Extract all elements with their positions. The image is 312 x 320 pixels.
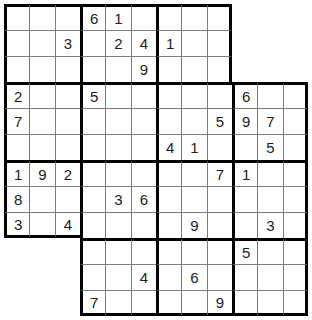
cell-r10c6[interactable] — [131, 238, 156, 264]
cell-r1c7[interactable] — [156, 4, 181, 30]
given-digit-r12c9[interactable]: 9 — [207, 290, 232, 316]
cell-r8c10[interactable] — [232, 186, 257, 212]
given-digit-r8c6[interactable]: 6 — [131, 186, 156, 212]
cell-r3c7[interactable] — [156, 56, 181, 82]
given-digit-r7c10[interactable]: 1 — [232, 160, 257, 186]
given-digit-r9c8[interactable]: 9 — [181, 212, 206, 238]
void-area — [283, 4, 308, 30]
cell-r5c6[interactable] — [131, 108, 156, 134]
cell-r10c5[interactable] — [105, 238, 130, 264]
cell-r2c4[interactable] — [80, 30, 105, 56]
cell-r8c11[interactable] — [257, 186, 282, 212]
cell-r9c9[interactable] — [207, 212, 232, 238]
cell-r10c11[interactable] — [257, 238, 282, 264]
void-area — [257, 56, 282, 82]
void-area — [4, 238, 29, 264]
cell-r12c8[interactable] — [181, 290, 206, 316]
cell-r11c5[interactable] — [105, 264, 130, 290]
cell-r8c7[interactable] — [156, 186, 181, 212]
cell-r3c1[interactable] — [4, 56, 29, 82]
cell-r6c6[interactable] — [131, 134, 156, 160]
cell-r11c11[interactable] — [257, 264, 282, 290]
cell-r11c12[interactable] — [283, 264, 308, 290]
void-area — [55, 264, 80, 290]
cell-r11c7[interactable] — [156, 264, 181, 290]
cell-r7c5[interactable] — [105, 160, 130, 186]
void-area — [257, 4, 282, 30]
cell-r1c6[interactable] — [131, 4, 156, 30]
given-digit-r9c1[interactable]: 3 — [4, 212, 29, 238]
cell-r5c5[interactable] — [105, 108, 130, 134]
cell-r4c6[interactable] — [131, 82, 156, 108]
void-area — [29, 290, 54, 316]
given-digit-r2c7[interactable]: 1 — [156, 30, 181, 56]
cell-r7c8[interactable] — [181, 160, 206, 186]
cell-r8c2[interactable] — [29, 186, 54, 212]
cell-r4c12[interactable] — [283, 82, 308, 108]
void-area — [29, 264, 54, 290]
cell-r11c10[interactable] — [232, 264, 257, 290]
given-digit-r5c1[interactable]: 7 — [4, 108, 29, 134]
cell-r8c12[interactable] — [283, 186, 308, 212]
given-digit-r4c4[interactable]: 5 — [80, 82, 105, 108]
given-digit-r8c5[interactable]: 3 — [105, 186, 130, 212]
cell-r2c9[interactable] — [207, 30, 232, 56]
given-digit-r5c10[interactable]: 9 — [232, 108, 257, 134]
cell-r4c2[interactable] — [29, 82, 54, 108]
cell-r9c12[interactable] — [283, 212, 308, 238]
cell-r6c9[interactable] — [207, 134, 232, 160]
void-area — [4, 264, 29, 290]
given-digit-r1c4[interactable]: 6 — [80, 4, 105, 30]
void-area — [283, 56, 308, 82]
cell-r10c4[interactable] — [80, 238, 105, 264]
cell-r7c7[interactable] — [156, 160, 181, 186]
cell-r12c10[interactable] — [232, 290, 257, 316]
given-digit-r12c4[interactable]: 7 — [80, 290, 105, 316]
void-area — [29, 238, 54, 264]
void-area — [257, 30, 282, 56]
cell-r7c12[interactable] — [283, 160, 308, 186]
cell-r4c8[interactable] — [181, 82, 206, 108]
cell-r3c9[interactable] — [207, 56, 232, 82]
cell-r7c11[interactable] — [257, 160, 282, 186]
cell-r1c3[interactable] — [55, 4, 80, 30]
cell-r10c12[interactable] — [283, 238, 308, 264]
cell-r10c9[interactable] — [207, 238, 232, 264]
given-digit-r8c1[interactable]: 8 — [4, 186, 29, 212]
cell-r9c2[interactable] — [29, 212, 54, 238]
cell-r5c7[interactable] — [156, 108, 181, 134]
cell-r6c5[interactable] — [105, 134, 130, 160]
given-digit-r7c3[interactable]: 2 — [55, 160, 80, 186]
cell-r3c2[interactable] — [29, 56, 54, 82]
given-digit-r3c6[interactable]: 9 — [131, 56, 156, 82]
void-area — [55, 290, 80, 316]
cell-r6c2[interactable] — [29, 134, 54, 160]
cell-r1c8[interactable] — [181, 4, 206, 30]
cell-r4c9[interactable] — [207, 82, 232, 108]
cell-r6c12[interactable] — [283, 134, 308, 160]
cell-r7c6[interactable] — [131, 160, 156, 186]
given-digit-r11c8[interactable]: 6 — [181, 264, 206, 290]
given-digit-r5c11[interactable]: 7 — [257, 108, 282, 134]
given-digit-r9c3[interactable]: 4 — [55, 212, 80, 238]
cell-r4c3[interactable] — [55, 82, 80, 108]
cell-r7c4[interactable] — [80, 160, 105, 186]
cell-r5c2[interactable] — [29, 108, 54, 134]
void-area — [232, 4, 257, 30]
cell-r6c3[interactable] — [55, 134, 80, 160]
given-digit-r4c1[interactable]: 2 — [4, 82, 29, 108]
given-digit-r10c10[interactable]: 5 — [232, 238, 257, 264]
cell-r10c7[interactable] — [156, 238, 181, 264]
void-area — [55, 238, 80, 264]
cell-r8c9[interactable] — [207, 186, 232, 212]
cell-r4c11[interactable] — [257, 82, 282, 108]
cell-r5c3[interactable] — [55, 108, 80, 134]
void-area — [232, 30, 257, 56]
cell-r12c12[interactable] — [283, 290, 308, 316]
given-digit-r7c2[interactable]: 9 — [29, 160, 54, 186]
cell-r8c4[interactable] — [80, 186, 105, 212]
cell-r12c6[interactable] — [131, 290, 156, 316]
cell-r9c6[interactable] — [131, 212, 156, 238]
cell-r9c7[interactable] — [156, 212, 181, 238]
sudoku-board: 6132419256759741519271836349354679 — [4, 4, 308, 316]
given-digit-r4c10[interactable]: 6 — [232, 82, 257, 108]
cell-r9c10[interactable] — [232, 212, 257, 238]
cell-r8c8[interactable] — [181, 186, 206, 212]
cell-r5c4[interactable] — [80, 108, 105, 134]
cell-r8c3[interactable] — [55, 186, 80, 212]
given-digit-r6c11[interactable]: 5 — [257, 134, 282, 160]
void-area — [283, 30, 308, 56]
cell-r4c5[interactable] — [105, 82, 130, 108]
cell-r9c5[interactable] — [105, 212, 130, 238]
cell-r2c1[interactable] — [4, 30, 29, 56]
cell-r3c8[interactable] — [181, 56, 206, 82]
given-digit-r6c7[interactable]: 4 — [156, 134, 181, 160]
cell-r2c2[interactable] — [29, 30, 54, 56]
given-digit-r2c6[interactable]: 4 — [131, 30, 156, 56]
cell-r9c4[interactable] — [80, 212, 105, 238]
cell-r11c9[interactable] — [207, 264, 232, 290]
cell-r6c10[interactable] — [232, 134, 257, 160]
cell-r6c1[interactable] — [4, 134, 29, 160]
cell-r11c4[interactable] — [80, 264, 105, 290]
cell-r5c12[interactable] — [283, 108, 308, 134]
cell-r1c2[interactable] — [29, 4, 54, 30]
given-digit-r2c5[interactable]: 2 — [105, 30, 130, 56]
cell-r2c8[interactable] — [181, 30, 206, 56]
cell-r3c3[interactable] — [55, 56, 80, 82]
cell-r3c5[interactable] — [105, 56, 130, 82]
given-digit-r6c8[interactable]: 1 — [181, 134, 206, 160]
cell-r12c11[interactable] — [257, 290, 282, 316]
cell-r5c8[interactable] — [181, 108, 206, 134]
given-digit-r5c9[interactable]: 5 — [207, 108, 232, 134]
cell-r1c1[interactable] — [4, 4, 29, 30]
given-digit-r1c5[interactable]: 1 — [105, 4, 130, 30]
cell-r6c4[interactable] — [80, 134, 105, 160]
cell-r12c5[interactable] — [105, 290, 130, 316]
cell-r4c7[interactable] — [156, 82, 181, 108]
void-area — [4, 290, 29, 316]
given-digit-r9c11[interactable]: 3 — [257, 212, 282, 238]
given-digit-r2c3[interactable]: 3 — [55, 30, 80, 56]
given-digit-r7c1[interactable]: 1 — [4, 160, 29, 186]
cell-r1c9[interactable] — [207, 4, 232, 30]
cell-r12c7[interactable] — [156, 290, 181, 316]
given-digit-r7c9[interactable]: 7 — [207, 160, 232, 186]
void-area — [232, 56, 257, 82]
given-digit-r11c6[interactable]: 4 — [131, 264, 156, 290]
cell-r10c8[interactable] — [181, 238, 206, 264]
cell-r3c4[interactable] — [80, 56, 105, 82]
